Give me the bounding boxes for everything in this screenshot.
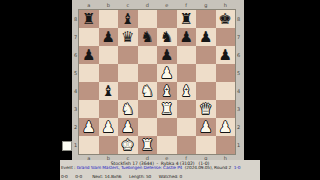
- square-a4: [79, 82, 99, 100]
- square-h6: ♟: [216, 46, 236, 64]
- rank-label-6: 6: [237, 52, 240, 58]
- black-pawn-piece: ♟: [160, 48, 173, 63]
- white-bishop-piece: ♝: [180, 84, 193, 99]
- file-label-c: c: [118, 1, 138, 9]
- white-pawn-piece: ♟: [82, 120, 95, 135]
- white-knight-piece: ♞: [141, 84, 154, 99]
- square-h3: [216, 100, 236, 118]
- black-pawn-piece: ♟: [102, 30, 115, 45]
- black-pawn-piece: ♟: [82, 48, 95, 63]
- rank-label-4: 4: [74, 88, 77, 94]
- white-rook-piece: ♜: [160, 102, 173, 117]
- square-e3: ♜: [157, 100, 177, 118]
- square-e4: ♝: [157, 82, 177, 100]
- square-a6: ♟: [79, 46, 99, 64]
- black-pawn-piece: ♟: [180, 30, 193, 45]
- event-link: Grand Slam Masters, Tuebingen Defense: C…: [77, 166, 183, 170]
- rank-label-8: 8: [237, 16, 240, 22]
- letterbox-right: [260, 0, 320, 180]
- square-e7: ♞: [157, 28, 177, 46]
- white-knight-piece: ♞: [121, 102, 134, 117]
- black-rook-piece: ♜: [180, 12, 193, 27]
- file-label-h: h: [216, 1, 236, 9]
- white-king-piece: ♚: [121, 138, 134, 153]
- square-e1: [157, 136, 177, 154]
- rank-label-2: 2: [237, 124, 240, 130]
- rank-label-2: 2: [74, 124, 77, 130]
- square-f5: [177, 64, 197, 82]
- square-e2: [157, 118, 177, 136]
- square-a3: [79, 100, 99, 118]
- rank-labels-right: 87654321: [235, 10, 242, 154]
- event-label: Event :: [61, 166, 77, 170]
- square-f6: [177, 46, 197, 64]
- overlay-box: [62, 141, 72, 151]
- black-knight-piece: ♞: [141, 30, 154, 45]
- square-g4: [196, 82, 216, 100]
- file-label-b: b: [99, 1, 119, 9]
- square-g6: [196, 46, 216, 64]
- square-c7: ♛: [118, 28, 138, 46]
- square-b5: [99, 64, 119, 82]
- black-pawn-piece: ♟: [199, 30, 212, 45]
- square-d3: [138, 100, 158, 118]
- rank-label-8: 8: [74, 16, 77, 22]
- square-a7: [79, 28, 99, 46]
- square-f8: ♜: [177, 10, 197, 28]
- result-link: 1-0: [234, 166, 241, 170]
- rank-labels-left: 87654321: [72, 10, 79, 154]
- event-tail: (2024.09.05), Round 2: [182, 166, 233, 170]
- square-h1: [216, 136, 236, 154]
- square-f7: ♟: [177, 28, 197, 46]
- square-a5: [79, 64, 99, 82]
- caption-bar: Stockfish 17 (3644) - Rybka 4 (3102) (1-…: [60, 160, 260, 180]
- square-d7: ♞: [138, 28, 158, 46]
- square-g8: [196, 10, 216, 28]
- white-pawn-piece: ♟: [219, 120, 232, 135]
- square-a8: ♜: [79, 10, 99, 28]
- square-b7: ♟: [99, 28, 119, 46]
- square-d6: [138, 46, 158, 64]
- white-pawn-piece: ♟: [160, 66, 173, 81]
- black-king-piece: ♚: [219, 12, 232, 27]
- square-b1: [99, 136, 119, 154]
- file-label-f: f: [177, 1, 197, 9]
- square-h8: ♚: [216, 10, 236, 28]
- black-pawn-piece: ♟: [219, 48, 232, 63]
- square-c1: ♚: [118, 136, 138, 154]
- event-line: Event : Grand Slam Masters, Tuebingen De…: [60, 166, 260, 175]
- square-f4: ♝: [177, 82, 197, 100]
- square-d5: [138, 64, 158, 82]
- square-g5: [196, 64, 216, 82]
- white-pawn-piece: ♟: [102, 120, 115, 135]
- video-frame: abcdefgh 87654321 ♜♝♜♚♟♛♞♞♟♟♟♟♟♟♝♞♝♝♞♜♛♟…: [60, 0, 260, 180]
- white-pawn-piece: ♟: [199, 120, 212, 135]
- white-rook-piece: ♜: [141, 138, 154, 153]
- square-c2: ♟: [118, 118, 138, 136]
- square-c5: [118, 64, 138, 82]
- square-d4: ♞: [138, 82, 158, 100]
- file-label-d: d: [138, 1, 158, 9]
- square-h4: [216, 82, 236, 100]
- rank-label-7: 7: [237, 34, 240, 40]
- black-bishop-piece: ♝: [102, 84, 115, 99]
- rank-label-6: 6: [74, 52, 77, 58]
- square-b6: [99, 46, 119, 64]
- board-grid: ♜♝♜♚♟♛♞♞♟♟♟♟♟♟♝♞♝♝♞♜♛♟♟♟♟♟♚♜: [79, 10, 235, 154]
- square-c8: ♝: [118, 10, 138, 28]
- square-h2: ♟: [216, 118, 236, 136]
- square-d1: ♜: [138, 136, 158, 154]
- rank-label-4: 4: [237, 88, 240, 94]
- square-d8: [138, 10, 158, 28]
- square-f1: [177, 136, 197, 154]
- square-a1: [79, 136, 99, 154]
- square-e5: ♟: [157, 64, 177, 82]
- square-g1: [196, 136, 216, 154]
- rank-label-3: 3: [74, 106, 77, 112]
- file-labels-top: abcdefgh: [79, 1, 235, 9]
- board-panel: abcdefgh 87654321 ♜♝♜♚♟♛♞♞♟♟♟♟♟♟♝♞♝♝♞♜♛♟…: [72, 0, 244, 161]
- rank-label-3: 3: [237, 106, 240, 112]
- rank-label-1: 1: [237, 142, 240, 148]
- rank-label-5: 5: [74, 70, 77, 76]
- white-queen-piece: ♛: [199, 102, 212, 117]
- file-label-a: a: [79, 1, 99, 9]
- square-c4: [118, 82, 138, 100]
- square-g3: ♛: [196, 100, 216, 118]
- square-b4: ♝: [99, 82, 119, 100]
- black-rook-piece: ♜: [82, 12, 95, 27]
- square-a2: ♟: [79, 118, 99, 136]
- square-c6: [118, 46, 138, 64]
- file-label-g: g: [196, 1, 216, 9]
- square-c3: ♞: [118, 100, 138, 118]
- square-h5: [216, 64, 236, 82]
- rank-label-5: 5: [237, 70, 240, 76]
- file-label-e: e: [157, 1, 177, 9]
- letterbox-left: [0, 0, 60, 180]
- rank-label-7: 7: [74, 34, 77, 40]
- square-e8: [157, 10, 177, 28]
- black-bishop-piece: ♝: [121, 12, 134, 27]
- square-g2: ♟: [196, 118, 216, 136]
- rank-label-1: 1: [74, 142, 77, 148]
- white-pawn-piece: ♟: [121, 120, 134, 135]
- black-knight-piece: ♞: [160, 30, 173, 45]
- square-f3: [177, 100, 197, 118]
- square-h7: [216, 28, 236, 46]
- square-g7: ♟: [196, 28, 216, 46]
- square-b3: [99, 100, 119, 118]
- black-queen-piece: ♛: [121, 30, 134, 45]
- square-d2: [138, 118, 158, 136]
- square-b2: ♟: [99, 118, 119, 136]
- square-b8: [99, 10, 119, 28]
- square-e6: ♟: [157, 46, 177, 64]
- white-bishop-piece: ♝: [160, 84, 173, 99]
- square-f2: [177, 118, 197, 136]
